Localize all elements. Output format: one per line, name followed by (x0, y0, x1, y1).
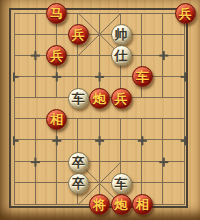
board-cell (15, 119, 36, 140)
board-cell (142, 162, 163, 183)
board-cell (15, 35, 36, 56)
board-cell (15, 140, 36, 161)
board-cell (163, 162, 184, 183)
board-cell (36, 77, 57, 98)
board-cell (142, 140, 163, 161)
board-cell (163, 35, 184, 56)
board-cell (15, 14, 36, 35)
board-cell (15, 183, 36, 204)
board-cell (163, 183, 184, 204)
piece-red-soldier[interactable]: 兵 (111, 88, 132, 109)
board-cell (121, 140, 142, 161)
board-cell (142, 98, 163, 119)
board-cell (15, 56, 36, 77)
board-cell (78, 56, 99, 77)
board-cell (36, 183, 57, 204)
board-cell (36, 140, 57, 161)
board-cell (121, 119, 142, 140)
board-cell (36, 162, 57, 183)
piece-red-cannon[interactable]: 炮 (111, 194, 132, 215)
board-cell (100, 119, 121, 140)
piece-ivory-chariot[interactable]: 车 (68, 88, 89, 109)
board-cell (78, 119, 99, 140)
board-cell (100, 140, 121, 161)
piece-red-cannon[interactable]: 炮 (89, 88, 110, 109)
piece-red-general[interactable]: 将 (89, 194, 110, 215)
board-cell (142, 14, 163, 35)
piece-ivory-soldier[interactable]: 卒 (68, 152, 89, 173)
board-cell (142, 119, 163, 140)
board-cell (142, 35, 163, 56)
piece-red-elephant[interactable]: 相 (132, 194, 153, 215)
piece-red-soldier[interactable]: 兵 (68, 24, 89, 45)
board-cell (163, 56, 184, 77)
piece-ivory-general[interactable]: 帅 (111, 24, 132, 45)
board-cell (15, 77, 36, 98)
board-cell (163, 98, 184, 119)
xiangqi-board: 马兵兵帅兵仕车车炮兵相卒卒车将炮相 (0, 0, 200, 220)
piece-red-horse[interactable]: 马 (46, 3, 67, 24)
piece-red-soldier[interactable]: 兵 (175, 3, 196, 24)
board-cell (163, 119, 184, 140)
piece-ivory-soldier[interactable]: 卒 (68, 173, 89, 194)
board-grid (14, 13, 185, 205)
board-cell (15, 162, 36, 183)
board-cell (163, 77, 184, 98)
board-cell (163, 140, 184, 161)
board-cell (15, 98, 36, 119)
piece-ivory-advisor[interactable]: 仕 (111, 45, 132, 66)
piece-ivory-chariot[interactable]: 车 (111, 173, 132, 194)
